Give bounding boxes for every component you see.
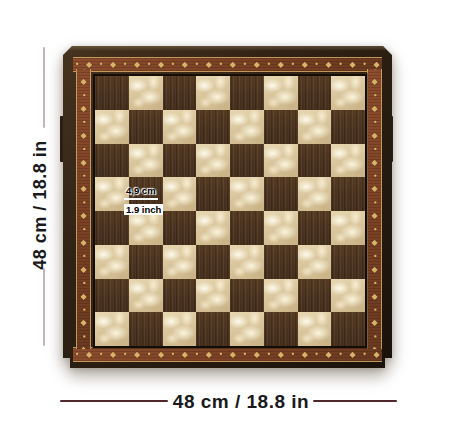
square [196, 245, 230, 279]
square [129, 279, 163, 313]
square [196, 312, 230, 346]
square-size-imperial: 1.9 inch [124, 204, 163, 216]
square [95, 312, 129, 346]
square [264, 177, 298, 211]
height-dimension-line-bottom [43, 268, 45, 346]
square [264, 144, 298, 178]
square [264, 279, 298, 313]
inlay-border-left: ◆ • ◆ • ◆ • ◆ • ◆ • ◆ • ◆ • ◆ • ◆ • ◆ • … [76, 69, 91, 349]
square [264, 211, 298, 245]
square [298, 76, 332, 110]
square [298, 110, 332, 144]
inlay-border-bottom: ◆ • ◆ • ◆ • ◆ • ◆ • ◆ • ◆ • ◆ • ◆ • ◆ • … [73, 347, 382, 362]
square [331, 211, 365, 245]
square [196, 76, 230, 110]
square [331, 144, 365, 178]
square [264, 76, 298, 110]
square [230, 211, 264, 245]
square [163, 312, 197, 346]
square [129, 144, 163, 178]
square [196, 110, 230, 144]
square [95, 211, 129, 245]
square [129, 211, 163, 245]
square [95, 144, 129, 178]
square [163, 76, 197, 110]
inlay-border-right: ◆ • ◆ • ◆ • ◆ • ◆ • ◆ • ◆ • ◆ • ◆ • ◆ • … [367, 69, 382, 349]
square [230, 279, 264, 313]
square [129, 110, 163, 144]
square [129, 245, 163, 279]
board-frame: ◆ • ◆ • ◆ • ◆ • ◆ • ◆ • ◆ • ◆ • ◆ • ◆ • … [63, 46, 392, 368]
height-dimension-line-top [43, 47, 45, 128]
square [264, 312, 298, 346]
square [230, 177, 264, 211]
square [163, 110, 197, 144]
square [163, 245, 197, 279]
square [95, 245, 129, 279]
square [230, 76, 264, 110]
square [331, 76, 365, 110]
square [331, 312, 365, 346]
chess-board: ◆ • ◆ • ◆ • ◆ • ◆ • ◆ • ◆ • ◆ • ◆ • ◆ • … [63, 46, 392, 368]
square [230, 110, 264, 144]
square [331, 110, 365, 144]
square [95, 76, 129, 110]
square [298, 177, 332, 211]
height-dimension-label: 48 cm / 18.8 in [30, 140, 51, 270]
width-dimension-line-right [313, 400, 397, 402]
square [230, 312, 264, 346]
product-photo-scene: 48 cm / 18.8 in ◆ • ◆ • ◆ • ◆ • ◆ • ◆ • … [0, 0, 452, 425]
square [129, 76, 163, 110]
square [196, 211, 230, 245]
square-size-label: 4,9 cm 1.9 inch [124, 181, 170, 216]
square [331, 245, 365, 279]
square [196, 177, 230, 211]
square [298, 279, 332, 313]
square [264, 245, 298, 279]
square [95, 279, 129, 313]
square [331, 177, 365, 211]
square [230, 245, 264, 279]
width-dimension-label: 48 cm / 18.8 in [173, 391, 309, 413]
square [331, 279, 365, 313]
square [298, 211, 332, 245]
square [264, 110, 298, 144]
square [196, 144, 230, 178]
square [163, 279, 197, 313]
square [298, 245, 332, 279]
square [298, 312, 332, 346]
inlay-border-top: ◆ • ◆ • ◆ • ◆ • ◆ • ◆ • ◆ • ◆ • ◆ • ◆ • … [73, 57, 382, 72]
width-dimension-line-left [60, 400, 168, 402]
square [163, 211, 197, 245]
square [129, 312, 163, 346]
square [298, 144, 332, 178]
square [196, 279, 230, 313]
square-size-metric: 4,9 cm [124, 186, 158, 200]
square [95, 110, 129, 144]
square [163, 144, 197, 178]
square [230, 144, 264, 178]
